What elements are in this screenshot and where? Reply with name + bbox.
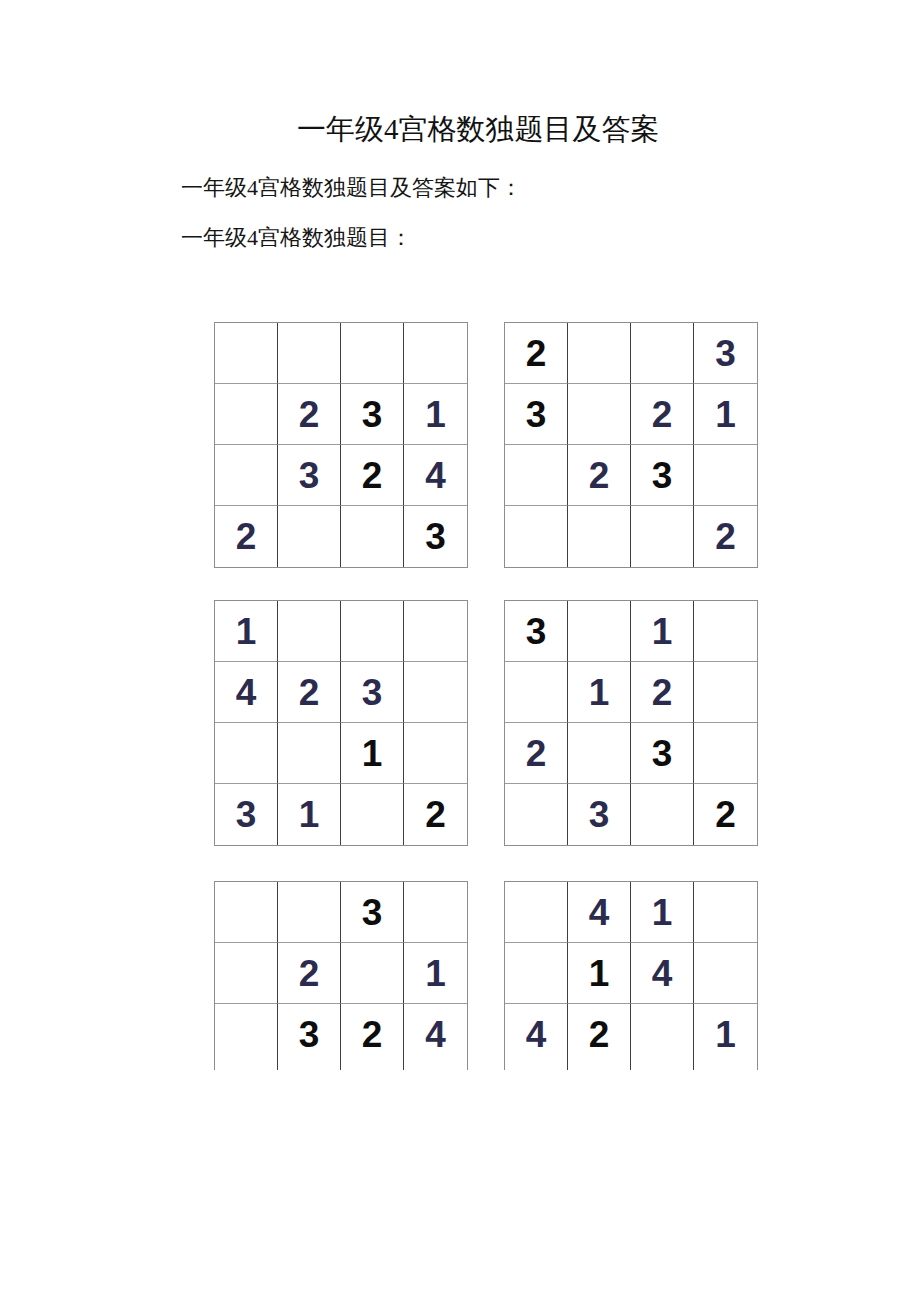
sudoku-cell: 4 bbox=[215, 662, 278, 723]
sudoku-cell bbox=[404, 323, 467, 384]
sudoku-cell: 2 bbox=[505, 723, 568, 784]
sudoku-cell bbox=[568, 723, 631, 784]
sudoku-cell: 4 bbox=[505, 1004, 568, 1065]
sudoku-cell: 3 bbox=[341, 882, 404, 943]
sudoku-cell: 2 bbox=[341, 1004, 404, 1065]
sudoku-cell bbox=[568, 506, 631, 567]
sudoku-cell: 2 bbox=[215, 506, 278, 567]
sudoku-cell bbox=[694, 601, 757, 662]
sudoku-cell: 1 bbox=[631, 601, 694, 662]
sudoku-cell bbox=[568, 384, 631, 445]
sudoku-cell: 4 bbox=[631, 943, 694, 1004]
sudoku-cell: 2 bbox=[278, 384, 341, 445]
sudoku-cell bbox=[568, 1065, 631, 1070]
sudoku-cell bbox=[505, 784, 568, 845]
sudoku-cell: 2 bbox=[404, 784, 467, 845]
sudoku-cell bbox=[505, 445, 568, 506]
sudoku-grid-1-wrap: 23132423 bbox=[214, 322, 468, 568]
sudoku-cell bbox=[215, 445, 278, 506]
sudoku-cell bbox=[278, 506, 341, 567]
sudoku-cell: 2 bbox=[631, 662, 694, 723]
sudoku-cell: 3 bbox=[631, 445, 694, 506]
sudoku-grid-5-wrap: 321324 bbox=[214, 881, 468, 1070]
sudoku-cell: 1 bbox=[215, 601, 278, 662]
sudoku-cell bbox=[404, 882, 467, 943]
sudoku-cell bbox=[278, 323, 341, 384]
sudoku-cell bbox=[631, 323, 694, 384]
sudoku-grid-3-wrap: 14231312 bbox=[214, 600, 468, 846]
sudoku-cell: 1 bbox=[694, 1004, 757, 1065]
sudoku-cell: 2 bbox=[278, 943, 341, 1004]
sudoku-cell: 2 bbox=[568, 445, 631, 506]
intro-text: 一年级4宫格数独题目及答案如下： bbox=[181, 173, 522, 203]
sudoku-cell: 4 bbox=[404, 1004, 467, 1065]
sudoku-cell bbox=[215, 384, 278, 445]
sudoku-grid-4-wrap: 31122332 bbox=[504, 600, 758, 846]
sudoku-cell: 2 bbox=[278, 662, 341, 723]
sudoku-cell bbox=[215, 943, 278, 1004]
sudoku-cell bbox=[341, 784, 404, 845]
sudoku-grid-4: 31122332 bbox=[504, 600, 758, 846]
sudoku-cell: 2 bbox=[694, 506, 757, 567]
sudoku-grid-6: 4114421 bbox=[504, 881, 758, 1070]
sudoku-grid-1: 23132423 bbox=[214, 322, 468, 568]
sudoku-cell bbox=[215, 323, 278, 384]
sudoku-cell bbox=[341, 1065, 404, 1070]
sudoku-cell: 3 bbox=[341, 384, 404, 445]
sudoku-cell bbox=[404, 662, 467, 723]
sudoku-cell bbox=[505, 943, 568, 1004]
sudoku-cell: 1 bbox=[694, 384, 757, 445]
sudoku-cell bbox=[568, 323, 631, 384]
sudoku-cell bbox=[278, 1065, 341, 1070]
sudoku-cell: 3 bbox=[568, 784, 631, 845]
sudoku-cell bbox=[505, 506, 568, 567]
sudoku-grid-2-wrap: 23321232 bbox=[504, 322, 758, 568]
sudoku-cell bbox=[215, 882, 278, 943]
sudoku-cell bbox=[278, 882, 341, 943]
sudoku-cell: 3 bbox=[505, 601, 568, 662]
sudoku-cell: 1 bbox=[278, 784, 341, 845]
sudoku-cell bbox=[215, 723, 278, 784]
page-title: 一年级4宫格数独题目及答案 bbox=[297, 110, 660, 150]
sudoku-cell bbox=[694, 1065, 757, 1070]
sudoku-cell: 4 bbox=[404, 445, 467, 506]
document-page: 一年级4宫格数独题目及答案 一年级4宫格数独题目及答案如下： 一年级4宫格数独题… bbox=[0, 0, 920, 1301]
sudoku-cell bbox=[505, 662, 568, 723]
sudoku-cell: 3 bbox=[278, 1004, 341, 1065]
sudoku-grid-2: 23321232 bbox=[504, 322, 758, 568]
sudoku-cell bbox=[631, 506, 694, 567]
sudoku-cell bbox=[278, 723, 341, 784]
sudoku-cell: 3 bbox=[631, 723, 694, 784]
sudoku-grid-3: 14231312 bbox=[214, 600, 468, 846]
sudoku-cell: 2 bbox=[568, 1004, 631, 1065]
sudoku-cell bbox=[694, 882, 757, 943]
sudoku-cell bbox=[215, 1004, 278, 1065]
sudoku-cell: 3 bbox=[404, 506, 467, 567]
sudoku-cell bbox=[505, 882, 568, 943]
sudoku-cell: 4 bbox=[568, 882, 631, 943]
sudoku-grid-5: 321324 bbox=[214, 881, 468, 1070]
sudoku-cell bbox=[215, 1065, 278, 1070]
sudoku-cell bbox=[694, 723, 757, 784]
section-label: 一年级4宫格数独题目： bbox=[181, 223, 412, 253]
sudoku-cell: 3 bbox=[694, 323, 757, 384]
sudoku-cell: 1 bbox=[404, 943, 467, 1004]
sudoku-cell: 2 bbox=[505, 323, 568, 384]
sudoku-cell: 3 bbox=[505, 384, 568, 445]
sudoku-cell: 1 bbox=[631, 882, 694, 943]
sudoku-cell bbox=[694, 445, 757, 506]
sudoku-cell bbox=[341, 323, 404, 384]
sudoku-cell bbox=[631, 1004, 694, 1065]
sudoku-cell: 3 bbox=[215, 784, 278, 845]
sudoku-cell: 3 bbox=[278, 445, 341, 506]
sudoku-cell: 1 bbox=[568, 943, 631, 1004]
sudoku-cell bbox=[341, 506, 404, 567]
sudoku-cell bbox=[341, 943, 404, 1004]
sudoku-cell bbox=[694, 662, 757, 723]
sudoku-cell bbox=[404, 601, 467, 662]
sudoku-cell bbox=[631, 784, 694, 845]
sudoku-grid-6-wrap: 4114421 bbox=[504, 881, 758, 1070]
sudoku-cell bbox=[341, 601, 404, 662]
sudoku-cell: 3 bbox=[341, 662, 404, 723]
sudoku-cell: 1 bbox=[404, 384, 467, 445]
sudoku-cell bbox=[278, 601, 341, 662]
sudoku-cell bbox=[505, 1065, 568, 1070]
sudoku-cell: 1 bbox=[341, 723, 404, 784]
sudoku-cell bbox=[404, 723, 467, 784]
sudoku-cell: 2 bbox=[341, 445, 404, 506]
sudoku-cell bbox=[694, 943, 757, 1004]
sudoku-cell bbox=[631, 1065, 694, 1070]
sudoku-cell: 2 bbox=[631, 384, 694, 445]
sudoku-cell: 1 bbox=[568, 662, 631, 723]
sudoku-cell bbox=[568, 601, 631, 662]
sudoku-cell: 2 bbox=[694, 784, 757, 845]
sudoku-cell bbox=[404, 1065, 467, 1070]
